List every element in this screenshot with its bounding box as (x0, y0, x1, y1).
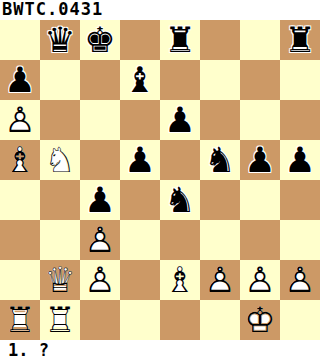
square-h6[interactable] (280, 100, 320, 140)
white-pawn: ♙ (0, 100, 40, 140)
square-b7[interactable] (40, 60, 80, 100)
black-rook: ♜ (280, 20, 320, 60)
square-f4[interactable] (200, 180, 240, 220)
square-g8[interactable] (240, 20, 280, 60)
square-a6[interactable]: ♟♙ (0, 100, 40, 140)
square-b1[interactable]: ♜♖ (40, 300, 80, 340)
square-c1[interactable] (80, 300, 120, 340)
white-rook: ♖ (0, 300, 40, 340)
square-d4[interactable] (120, 180, 160, 220)
white-queen: ♕ (40, 260, 80, 300)
square-e3[interactable] (160, 220, 200, 260)
square-e1[interactable] (160, 300, 200, 340)
black-queen: ♛ (40, 20, 80, 60)
square-h4[interactable] (280, 180, 320, 220)
square-a1[interactable]: ♜♖ (0, 300, 40, 340)
square-c2[interactable]: ♟♙ (80, 260, 120, 300)
square-c4[interactable]: ♟ (80, 180, 120, 220)
white-king: ♔ (240, 300, 280, 340)
white-knight: ♘ (40, 140, 80, 180)
square-b3[interactable] (40, 220, 80, 260)
black-pawn: ♟ (240, 140, 280, 180)
square-g6[interactable] (240, 100, 280, 140)
square-b8[interactable]: ♛ (40, 20, 80, 60)
black-pawn: ♟ (120, 140, 160, 180)
square-g1[interactable]: ♚♔ (240, 300, 280, 340)
square-e7[interactable] (160, 60, 200, 100)
black-pawn: ♟ (0, 60, 40, 100)
white-bishop: ♗ (160, 260, 200, 300)
square-g2[interactable]: ♟♙ (240, 260, 280, 300)
square-h3[interactable] (280, 220, 320, 260)
square-e2[interactable]: ♝♗ (160, 260, 200, 300)
puzzle-id-title: BWTC.0431 (0, 0, 320, 20)
square-c8[interactable]: ♚ (80, 20, 120, 60)
move-prompt: 1. ? (0, 340, 320, 360)
white-pawn: ♙ (240, 260, 280, 300)
square-a4[interactable] (0, 180, 40, 220)
square-g3[interactable] (240, 220, 280, 260)
black-pawn: ♟ (280, 140, 320, 180)
white-pawn: ♙ (80, 260, 120, 300)
square-c5[interactable] (80, 140, 120, 180)
black-knight: ♞ (160, 180, 200, 220)
square-d1[interactable] (120, 300, 160, 340)
black-bishop: ♝ (120, 60, 160, 100)
square-f3[interactable] (200, 220, 240, 260)
square-b2[interactable]: ♛♕ (40, 260, 80, 300)
square-d7[interactable]: ♝ (120, 60, 160, 100)
square-g5[interactable]: ♟ (240, 140, 280, 180)
square-c3[interactable]: ♟♙ (80, 220, 120, 260)
square-b6[interactable] (40, 100, 80, 140)
chess-board: ♛♚♜♜♟♝♟♙♟♝♗♞♘♟♞♟♟♟♞♟♙♛♕♟♙♝♗♟♙♟♙♟♙♜♖♜♖♚♔ (0, 20, 320, 340)
square-g4[interactable] (240, 180, 280, 220)
square-h8[interactable]: ♜ (280, 20, 320, 60)
square-a5[interactable]: ♝♗ (0, 140, 40, 180)
square-f7[interactable] (200, 60, 240, 100)
white-rook: ♖ (40, 300, 80, 340)
white-pawn: ♙ (280, 260, 320, 300)
black-king: ♚ (80, 20, 120, 60)
square-h5[interactable]: ♟ (280, 140, 320, 180)
square-f1[interactable] (200, 300, 240, 340)
square-a2[interactable] (0, 260, 40, 300)
square-h2[interactable]: ♟♙ (280, 260, 320, 300)
white-pawn: ♙ (80, 220, 120, 260)
black-pawn: ♟ (80, 180, 120, 220)
square-h7[interactable] (280, 60, 320, 100)
square-c7[interactable] (80, 60, 120, 100)
black-pawn: ♟ (160, 100, 200, 140)
square-c6[interactable] (80, 100, 120, 140)
square-a7[interactable]: ♟ (0, 60, 40, 100)
square-f2[interactable]: ♟♙ (200, 260, 240, 300)
square-d3[interactable] (120, 220, 160, 260)
square-e6[interactable]: ♟ (160, 100, 200, 140)
black-rook: ♜ (160, 20, 200, 60)
square-e4[interactable]: ♞ (160, 180, 200, 220)
square-e5[interactable] (160, 140, 200, 180)
square-d5[interactable]: ♟ (120, 140, 160, 180)
square-h1[interactable] (280, 300, 320, 340)
white-bishop: ♗ (0, 140, 40, 180)
square-f5[interactable]: ♞ (200, 140, 240, 180)
square-a3[interactable] (0, 220, 40, 260)
square-g7[interactable] (240, 60, 280, 100)
white-pawn: ♙ (200, 260, 240, 300)
square-e8[interactable]: ♜ (160, 20, 200, 60)
square-b4[interactable] (40, 180, 80, 220)
square-a8[interactable] (0, 20, 40, 60)
square-f8[interactable] (200, 20, 240, 60)
square-d8[interactable] (120, 20, 160, 60)
square-d2[interactable] (120, 260, 160, 300)
square-d6[interactable] (120, 100, 160, 140)
black-knight: ♞ (200, 140, 240, 180)
square-f6[interactable] (200, 100, 240, 140)
square-b5[interactable]: ♞♘ (40, 140, 80, 180)
